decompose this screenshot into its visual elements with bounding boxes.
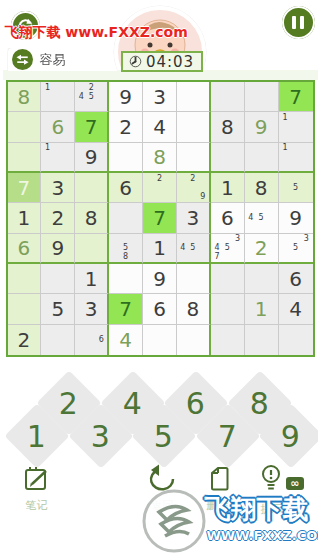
numpad-digit: 2 [59,386,78,421]
cell-r6c5[interactable]: 1 [143,234,177,264]
notes-button[interactable]: 笔记 [11,463,63,513]
sudoku-grid: 8124593767248911981736229185128736459695… [6,80,315,357]
cell-r1c8[interactable] [245,82,279,112]
pencil-marks: 3457 [212,235,243,261]
cell-r1c1[interactable]: 8 [8,82,42,112]
cell-r8c3[interactable]: 3 [75,294,109,324]
cell-r6c4[interactable]: 58 [109,234,143,264]
cell-r3c9[interactable]: 1 [279,143,313,173]
timer-value: 04:03 [146,53,194,71]
cell-r3c8[interactable] [245,143,279,173]
cell-r7c3[interactable]: 1 [75,264,109,294]
cell-r5c5[interactable]: 7 [143,203,177,233]
cell-r7c4[interactable] [109,264,143,294]
cell-r7c9[interactable]: 6 [279,264,313,294]
swap-difficulty-icon [12,49,33,70]
cell-r6c3[interactable] [75,234,109,264]
cell-digit: 8 [18,87,31,107]
cell-digit: 8 [85,208,98,228]
cell-r9c2[interactable] [41,325,75,355]
cell-r5c1[interactable]: 1 [8,203,42,233]
cell-r8c1[interactable] [8,294,42,324]
cell-r8c5[interactable]: 6 [143,294,177,324]
cell-r8c4[interactable]: 7 [109,294,143,324]
numpad-digit: 9 [281,419,300,454]
cell-digit: 3 [153,87,166,107]
notes-icon [21,463,53,495]
cell-r6c8[interactable]: 2 [245,234,279,264]
pencil-marks: 58 [110,235,141,261]
difficulty-tab[interactable]: 容易 [8,48,118,71]
cell-r5c4[interactable] [109,203,143,233]
cell-digit: 4 [153,117,166,137]
pencil-marks: 5 [280,174,312,201]
cell-r4c2[interactable]: 3 [41,173,75,203]
cell-digit: 7 [18,178,31,198]
cell-digit: 7 [85,117,98,137]
cell-r4c5[interactable]: 2 [143,173,177,203]
cell-r5c2[interactable]: 2 [41,203,75,233]
cell-r4c9[interactable]: 5 [279,173,313,203]
cell-digit: 9 [289,208,302,228]
cell-digit: 7 [119,299,132,319]
cell-r9c9[interactable] [279,325,313,355]
cell-digit: 1 [221,178,234,198]
cell-digit: 7 [289,87,302,107]
cell-r3c4[interactable] [109,143,143,173]
cell-digit: 8 [153,147,166,167]
clock-icon [129,55,142,68]
cell-digit: 1 [18,208,31,228]
cell-r7c1[interactable] [8,264,42,294]
difficulty-label: 容易 [40,51,66,69]
cell-digit: 6 [221,208,234,228]
watermark-bottom: 飞翔下载 WWW.FXXZ.COM [141,486,318,560]
numpad-digit: 7 [218,419,237,454]
cell-r1c5[interactable]: 3 [143,82,177,112]
cell-r6c7[interactable]: 3457 [211,234,245,264]
cell-r6c9[interactable]: 35 [279,234,313,264]
pencil-marks: 1 [280,144,312,170]
cell-digit: 9 [153,269,166,289]
cell-r5c7[interactable]: 6 [211,203,245,233]
cell-r5c3[interactable]: 8 [75,203,109,233]
watermark-url: WWW.FXXZ.COM [207,528,318,543]
cell-r7c7[interactable] [211,264,245,294]
cell-digit: 6 [153,299,166,319]
cell-r1c4[interactable]: 9 [109,82,143,112]
cell-r8c2[interactable]: 5 [41,294,75,324]
cell-digit: 2 [119,117,132,137]
pencil-marks: 1 [42,83,73,110]
cell-r2c2[interactable]: 6 [41,112,75,142]
cell-r8c7[interactable] [211,294,245,324]
numpad-digit: 3 [91,419,110,454]
cell-digit: 9 [85,147,98,167]
cell-r1c3[interactable]: 245 [75,82,109,112]
pencil-marks: 1 [280,113,312,140]
cell-digit: 4 [289,299,302,319]
cell-r9c4[interactable]: 4 [109,325,143,355]
cell-r9c6[interactable] [177,325,211,355]
cell-r4c8[interactable]: 8 [245,173,279,203]
cell-r3c1[interactable] [8,143,42,173]
cell-r2c8[interactable]: 9 [245,112,279,142]
pencil-marks: 1 [42,144,73,170]
cell-r9c5[interactable] [143,325,177,355]
cell-r2c9[interactable]: 1 [279,112,313,142]
numpad-digit: 8 [250,386,269,421]
cell-r9c3[interactable]: 6 [75,325,109,355]
cell-digit: 9 [119,87,132,107]
cell-r9c7[interactable] [211,325,245,355]
pencil-marks: 45 [178,235,208,261]
cell-r7c5[interactable]: 9 [143,264,177,294]
watermark-title: 飞翔下载 [205,492,309,527]
sudoku-app: 容易 04:03 8124593767248911981736229185128… [3,0,318,560]
numpad-digit: 6 [186,386,205,421]
cell-r4c7[interactable]: 1 [211,173,245,203]
cell-r6c2[interactable]: 9 [41,234,75,264]
cell-r1c6[interactable] [177,82,211,112]
cell-r1c2[interactable]: 1 [41,82,75,112]
numpad-digit: 1 [27,419,46,454]
cell-digit: 6 [18,238,31,258]
cell-r2c6[interactable] [177,112,211,142]
cell-r8c9[interactable]: 4 [279,294,313,324]
timer: 04:03 [121,51,203,72]
cell-digit: 1 [85,269,98,289]
pencil-marks: 6 [76,326,106,354]
cell-r2c4[interactable]: 2 [109,112,143,142]
cell-digit: 4 [119,330,132,350]
cell-r6c1[interactable]: 6 [8,234,42,264]
cell-digit: 6 [51,117,64,137]
numpad-digit: 5 [154,419,173,454]
cell-r5c6[interactable]: 3 [177,203,211,233]
numpad-digit: 4 [123,386,142,421]
cell-r7c2[interactable] [41,264,75,294]
cell-r7c6[interactable] [177,264,211,294]
pencil-marks: 29 [178,174,208,201]
cell-digit: 8 [221,117,234,137]
cell-r1c7[interactable] [211,82,245,112]
cell-r2c5[interactable]: 4 [143,112,177,142]
pause-icon [292,16,304,29]
cell-r3c5[interactable]: 8 [143,143,177,173]
cell-digit: 5 [51,299,64,319]
pencil-marks: 2 [144,174,175,201]
cell-r3c2[interactable]: 1 [41,143,75,173]
cell-r2c7[interactable]: 8 [211,112,245,142]
watermark-logo-icon [141,488,207,554]
pause-button[interactable] [282,6,315,39]
cell-digit: 2 [255,238,268,258]
cell-r4c4[interactable]: 6 [109,173,143,203]
pencil-marks: 245 [76,83,106,110]
cell-r8c6[interactable]: 8 [177,294,211,324]
cell-digit: 3 [51,178,64,198]
cell-digit: 8 [187,299,200,319]
cell-r5c8[interactable]: 45 [245,203,279,233]
cell-digit: 3 [187,208,200,228]
cell-r7c8[interactable] [245,264,279,294]
cell-digit: 2 [18,330,31,350]
cell-r2c1[interactable] [8,112,42,142]
number-pad: 246813579 [3,357,318,475]
cell-digit: 6 [119,178,132,198]
cell-digit: 8 [255,178,268,198]
cell-r4c3[interactable] [75,173,109,203]
pencil-marks: 45 [246,204,277,231]
cell-r3c6[interactable] [177,143,211,173]
cell-r4c6[interactable]: 29 [177,173,211,203]
cell-digit: 9 [51,238,64,258]
cell-digit: 6 [289,269,302,289]
watermark-top: 飞翔下载 www.FXXZ.com [5,24,188,42]
cell-digit: 2 [51,208,64,228]
cell-r5c9[interactable]: 9 [279,203,313,233]
cell-r2c3[interactable]: 7 [75,112,109,142]
cell-r8c8[interactable]: 1 [245,294,279,324]
cell-r6c6[interactable]: 45 [177,234,211,264]
cell-r3c3[interactable]: 9 [75,143,109,173]
cell-r4c1[interactable]: 7 [8,173,42,203]
cell-digit: 9 [255,117,268,137]
cell-digit: 1 [153,238,166,258]
cell-r9c1[interactable]: 2 [8,325,42,355]
pencil-marks: 35 [280,235,312,261]
notes-label: 笔记 [26,498,48,513]
cell-digit: 7 [153,208,166,228]
cell-r1c9[interactable]: 7 [279,82,313,112]
cell-r9c8[interactable] [245,325,279,355]
cell-digit: 1 [255,299,268,319]
cell-digit: 3 [85,299,98,319]
cell-r3c7[interactable] [211,143,245,173]
